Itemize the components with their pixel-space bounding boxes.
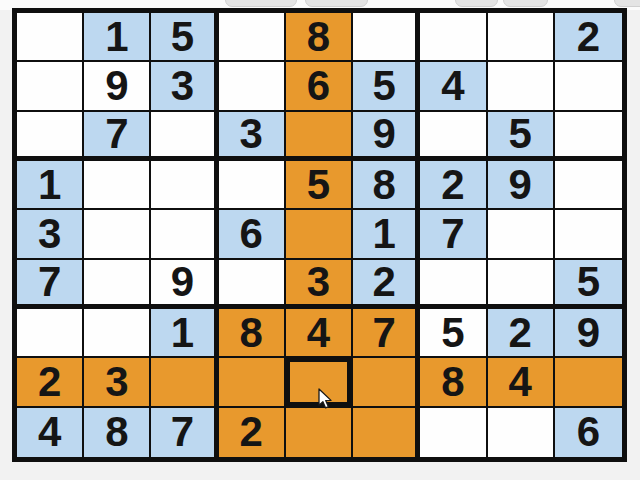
toolbar-button-5[interactable] [614,0,640,7]
cell-r2c7[interactable]: 4 [420,62,487,111]
cell-r8c6[interactable] [353,358,420,407]
cell-r2c2[interactable]: 9 [84,62,151,111]
cell-r5c5[interactable] [286,210,353,259]
cell-r2c4[interactable] [219,62,286,111]
cell-r9c3[interactable]: 7 [151,408,218,457]
cell-r8c7[interactable]: 8 [420,358,487,407]
cell-r7c8[interactable]: 2 [488,309,555,358]
cell-r9c8[interactable] [488,408,555,457]
cell-r6c3[interactable]: 9 [151,260,218,309]
cell-r2c5[interactable]: 6 [286,62,353,111]
cell-r3c3[interactable] [151,112,218,161]
toolbar-button-2[interactable] [305,0,368,7]
toolbar-button-3[interactable] [455,0,498,7]
cell-r4c9[interactable] [555,161,622,210]
cell-r6c1[interactable]: 7 [17,260,84,309]
cell-r6c7[interactable] [420,260,487,309]
cell-r6c2[interactable] [84,260,151,309]
cell-r1c7[interactable] [420,13,487,62]
cell-r2c1[interactable] [17,62,84,111]
cell-r5c1[interactable]: 3 [17,210,84,259]
cell-r9c4[interactable]: 2 [219,408,286,457]
cell-r7c4[interactable]: 8 [219,309,286,358]
cell-r9c7[interactable] [420,408,487,457]
cell-r8c3[interactable] [151,358,218,407]
cell-r4c8[interactable]: 9 [488,161,555,210]
cell-r5c4[interactable]: 6 [219,210,286,259]
cell-r7c9[interactable]: 9 [555,309,622,358]
cell-r3c7[interactable] [420,112,487,161]
cell-r8c4[interactable] [219,358,286,407]
cell-r1c1[interactable] [17,13,84,62]
cell-r4c2[interactable] [84,161,151,210]
cell-r3c5[interactable] [286,112,353,161]
cell-r4c6[interactable]: 8 [353,161,420,210]
cell-r6c8[interactable] [488,260,555,309]
sudoku-board: 1582936547395158293617793251847529238448… [12,8,627,462]
cell-r1c9[interactable]: 2 [555,13,622,62]
cell-r8c1[interactable]: 2 [17,358,84,407]
cell-r9c2[interactable]: 8 [84,408,151,457]
cell-r9c1[interactable]: 4 [17,408,84,457]
cell-r6c9[interactable]: 5 [555,260,622,309]
cell-r2c6[interactable]: 5 [353,62,420,111]
cell-r1c4[interactable] [219,13,286,62]
cell-r7c1[interactable] [17,309,84,358]
app-window: 1582936547395158293617793251847529238448… [0,0,640,480]
cell-r3c4[interactable]: 3 [219,112,286,161]
cell-r6c4[interactable] [219,260,286,309]
cell-r3c9[interactable] [555,112,622,161]
cell-r7c7[interactable]: 5 [420,309,487,358]
cell-r7c5[interactable]: 4 [286,309,353,358]
cell-r7c2[interactable] [84,309,151,358]
cell-r5c7[interactable]: 7 [420,210,487,259]
cell-r5c9[interactable] [555,210,622,259]
cell-r1c2[interactable]: 1 [84,13,151,62]
cell-r9c9[interactable]: 6 [555,408,622,457]
cell-r3c2[interactable]: 7 [84,112,151,161]
cell-r2c8[interactable] [488,62,555,111]
cell-r8c8[interactable]: 4 [488,358,555,407]
cell-r4c5[interactable]: 5 [286,161,353,210]
cell-r8c2[interactable]: 3 [84,358,151,407]
cell-r5c8[interactable] [488,210,555,259]
cell-r5c2[interactable] [84,210,151,259]
cell-r4c7[interactable]: 2 [420,161,487,210]
cell-r1c5[interactable]: 8 [286,13,353,62]
cell-r9c5[interactable] [286,408,353,457]
cell-r9c6[interactable] [353,408,420,457]
cell-r8c9[interactable] [555,358,622,407]
cell-r5c6[interactable]: 1 [353,210,420,259]
cell-r6c5[interactable]: 3 [286,260,353,309]
cell-r4c1[interactable]: 1 [17,161,84,210]
toolbar-button-4[interactable] [503,0,548,7]
cell-r1c3[interactable]: 5 [151,13,218,62]
cell-r2c9[interactable] [555,62,622,111]
cell-r7c3[interactable]: 1 [151,309,218,358]
cell-r6c6[interactable]: 2 [353,260,420,309]
cell-r4c3[interactable] [151,161,218,210]
cell-r7c6[interactable]: 7 [353,309,420,358]
cell-r1c6[interactable] [353,13,420,62]
cell-r8c5[interactable] [286,358,353,407]
toolbar-button-1[interactable] [225,0,297,7]
cell-r4c4[interactable] [219,161,286,210]
cell-r3c6[interactable]: 9 [353,112,420,161]
cell-r1c8[interactable] [488,13,555,62]
cell-r3c8[interactable]: 5 [488,112,555,161]
cell-r3c1[interactable] [17,112,84,161]
cell-r5c3[interactable] [151,210,218,259]
cell-r2c3[interactable]: 3 [151,62,218,111]
